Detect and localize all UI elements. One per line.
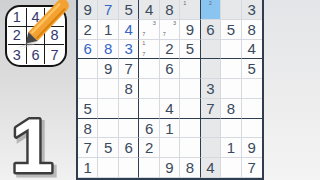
cell-r5c1[interactable] <box>78 79 98 99</box>
cell-r3c2[interactable]: 8 <box>98 40 118 60</box>
cell-value: 9 <box>186 22 194 37</box>
icon-cell <box>45 8 64 27</box>
cell-r6c8[interactable]: 8 <box>221 99 241 119</box>
cell-r3c3[interactable]: 3 <box>119 40 139 60</box>
cell-value: 8 <box>84 121 92 136</box>
cell-r1c6[interactable]: 1 <box>180 0 200 20</box>
cell-r8c5[interactable] <box>160 138 180 158</box>
cell-r6c3[interactable] <box>119 99 139 119</box>
cell-value: 3 <box>248 2 256 17</box>
cell-value: 9 <box>104 61 112 76</box>
cell-r8c7[interactable] <box>201 138 221 158</box>
cell-r2c7[interactable]: 6 <box>201 20 221 40</box>
cell-r9c1[interactable]: 1 <box>78 158 98 178</box>
icon-cell: 6 <box>27 45 46 64</box>
cell-r3c1[interactable]: 6 <box>78 40 98 60</box>
cell-r1c1[interactable]: 9 <box>78 0 98 20</box>
cell-r3c6[interactable]: 5 <box>180 40 200 60</box>
icon-cell: 1 <box>8 8 27 27</box>
cell-value: 2 <box>145 140 153 155</box>
cell-value: 7 <box>124 61 132 76</box>
cell-value: 7 <box>104 2 112 17</box>
cell-value: 1 <box>165 121 173 136</box>
cell-value: 1 <box>104 22 112 37</box>
cell-r8c3[interactable]: 6 <box>119 138 139 158</box>
cell-r6c5[interactable]: 4 <box>160 99 180 119</box>
cell-value: 4 <box>124 22 132 37</box>
cell-r8c2[interactable]: 5 <box>98 138 118 158</box>
cell-r4c1[interactable] <box>78 59 98 79</box>
cell-value: 9 <box>248 140 256 155</box>
episode-number-text: 1 <box>11 103 53 180</box>
cell-value: 7 <box>248 160 256 175</box>
cell-value: 9 <box>84 2 92 17</box>
cell-r5c8[interactable] <box>221 79 241 99</box>
cell-r7c2[interactable] <box>98 119 118 139</box>
cell-value: 5 <box>248 61 256 76</box>
cell-value: 6 <box>145 121 153 136</box>
cell-r2c2[interactable]: 1 <box>98 20 118 40</box>
cell-value: 8 <box>248 22 256 37</box>
cell-r4c4[interactable] <box>139 59 159 79</box>
cell-r4c5[interactable]: 6 <box>160 59 180 79</box>
cell-value: 6 <box>124 140 132 155</box>
cell-value: 3 <box>124 41 132 56</box>
cell-r9c2[interactable] <box>98 158 118 178</box>
cell-value: 4 <box>165 101 173 116</box>
cell-value: 7 <box>84 140 92 155</box>
cell-value: 6 <box>206 22 214 37</box>
cell-r7c4[interactable]: 6 <box>139 119 159 139</box>
cell-r8c6[interactable] <box>180 138 200 158</box>
cell-value: 7 <box>206 101 214 116</box>
cell-value: 9 <box>165 160 173 175</box>
icon-cell: 7 <box>45 45 64 64</box>
cell-r3c8[interactable] <box>221 40 241 60</box>
cell-r4c7[interactable] <box>201 59 221 79</box>
cell-r5c7[interactable]: 3 <box>201 79 221 99</box>
cell-r8c9[interactable]: 9 <box>242 138 262 158</box>
cell-r6c7[interactable]: 7 <box>201 99 221 119</box>
cell-r9c5[interactable]: 9 <box>160 158 180 178</box>
cell-r1c8[interactable] <box>221 0 241 20</box>
cell-r5c5[interactable] <box>160 79 180 99</box>
cell-r4c3[interactable]: 7 <box>119 59 139 79</box>
cell-r7c7[interactable] <box>201 119 221 139</box>
app-icon: 1428367 <box>5 5 67 67</box>
cell-r1c4[interactable]: 4 <box>139 0 159 20</box>
cell-r6c6[interactable] <box>180 99 200 119</box>
cell-r1c9[interactable]: 3 <box>242 0 262 20</box>
cell-r4c8[interactable] <box>221 59 241 79</box>
cell-value: 5 <box>227 22 235 37</box>
cell-value: 8 <box>124 81 132 96</box>
cell-r5c3[interactable]: 8 <box>119 79 139 99</box>
cell-r1c3[interactable]: 5 <box>119 0 139 20</box>
cell-r2c8[interactable]: 5 <box>221 20 241 40</box>
cell-r4c9[interactable]: 5 <box>242 59 262 79</box>
cell-r3c9[interactable]: 4 <box>242 40 262 60</box>
left-panel: 1428367 1 1 <box>0 0 76 180</box>
cell-value: 5 <box>186 41 194 56</box>
cell-r6c9[interactable] <box>242 99 262 119</box>
cell-r2c5[interactable]: 37 <box>160 20 180 40</box>
cell-r9c8[interactable] <box>221 158 241 178</box>
cell-r1c7[interactable]: 2 <box>201 0 221 20</box>
cell-r8c8[interactable]: 1 <box>221 138 241 158</box>
cell-r4c2[interactable]: 9 <box>98 59 118 79</box>
screenshot: 1428367 1 1 9754812321437379658683172549… <box>0 0 320 180</box>
cell-r7c9[interactable] <box>242 119 262 139</box>
cell-r1c5[interactable]: 8 <box>160 0 180 20</box>
cell-r9c7[interactable]: 4 <box>201 158 221 178</box>
cell-value: 2 <box>165 41 173 56</box>
sudoku-board: 9754812321437379658683172549765835478861… <box>76 0 264 180</box>
cell-r3c4[interactable]: 17 <box>139 40 159 60</box>
cell-value: 8 <box>186 160 194 175</box>
cell-r6c2[interactable] <box>98 99 118 119</box>
cell-r2c3[interactable]: 4 <box>119 20 139 40</box>
cell-value: 1 <box>84 160 92 175</box>
cell-value: 5 <box>104 140 112 155</box>
cell-r8c1[interactable]: 7 <box>78 138 98 158</box>
cell-r1c2[interactable]: 7 <box>98 0 118 20</box>
cell-r2c9[interactable]: 8 <box>242 20 262 40</box>
cell-r3c5[interactable]: 2 <box>160 40 180 60</box>
cell-value: 4 <box>206 160 214 175</box>
pencil-notes: 37 <box>139 20 158 39</box>
cell-value: 8 <box>104 41 112 56</box>
icon-cell: 8 <box>45 27 64 46</box>
app-icon-grid: 1428367 <box>8 8 64 64</box>
episode-number: 1 1 <box>2 104 78 180</box>
cell-r2c6[interactable]: 9 <box>180 20 200 40</box>
cell-r5c4[interactable] <box>139 79 159 99</box>
cell-r6c1[interactable]: 5 <box>78 99 98 119</box>
pencil-notes: 17 <box>139 40 158 59</box>
icon-cell: 4 <box>27 8 46 27</box>
icon-cell <box>27 27 46 46</box>
cell-r7c3[interactable] <box>119 119 139 139</box>
cell-r4c6[interactable] <box>180 59 200 79</box>
cell-r5c2[interactable] <box>98 79 118 99</box>
cell-r9c9[interactable]: 7 <box>242 158 262 178</box>
cell-r7c6[interactable] <box>180 119 200 139</box>
cell-r6c4[interactable] <box>139 99 159 119</box>
right-panel <box>264 0 320 180</box>
cell-r7c1[interactable]: 8 <box>78 119 98 139</box>
cell-r9c4[interactable] <box>139 158 159 178</box>
cell-value: 8 <box>227 101 235 116</box>
cell-value: 3 <box>206 81 214 96</box>
icon-cell: 2 <box>8 27 27 46</box>
cell-value: 5 <box>124 2 132 17</box>
cell-value: 1 <box>227 140 235 155</box>
cell-r2c1[interactable]: 2 <box>78 20 98 40</box>
cell-r2c4[interactable]: 37 <box>139 20 159 40</box>
cell-value: 4 <box>145 2 153 17</box>
cell-value: 6 <box>165 61 173 76</box>
cell-value: 4 <box>248 41 256 56</box>
cell-r5c9[interactable] <box>242 79 262 99</box>
pencil-notes: 37 <box>160 20 179 39</box>
cell-r9c6[interactable]: 8 <box>180 158 200 178</box>
cell-r5c6[interactable] <box>180 79 200 99</box>
cell-r7c5[interactable]: 1 <box>160 119 180 139</box>
icon-cell: 3 <box>8 45 27 64</box>
pencil-notes: 1 <box>180 0 199 19</box>
cell-value: 6 <box>84 41 92 56</box>
cell-value: 2 <box>84 22 92 37</box>
cell-value: 5 <box>84 101 92 116</box>
cell-r3c7[interactable] <box>201 40 221 60</box>
cell-r7c8[interactable] <box>221 119 241 139</box>
cell-value: 8 <box>165 2 173 17</box>
pencil-notes: 2 <box>201 0 220 19</box>
cell-r8c4[interactable]: 2 <box>139 138 159 158</box>
cell-r9c3[interactable] <box>119 158 139 178</box>
